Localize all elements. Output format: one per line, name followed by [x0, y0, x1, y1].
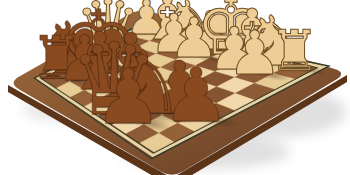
piece-shadow [68, 63, 114, 84]
piece-shadow [195, 110, 243, 131]
rook-glyph: ♜ [269, 22, 319, 78]
piece-shadow [178, 103, 224, 124]
bishop-glyph: ♝ [95, 22, 166, 102]
queen-glyph: ♛ [75, 0, 141, 65]
pawn-glyph: ♟ [147, 52, 212, 125]
pawn-glyph: ♟ [56, 28, 112, 91]
piece-shadow [253, 66, 292, 83]
chess-set-product-photo: ♜♞♝♚♟♞♝♟♟♟♟♟♛♜♞♟♚♝♛♝♟♟♞♟♟ [0, 0, 350, 175]
knight-glyph: ♞ [37, 12, 102, 84]
king-glyph: ♚ [59, 0, 138, 87]
pawn-glyph: ♟ [94, 59, 162, 135]
piece-shadow [233, 61, 271, 78]
pawn-glyph: ♟ [99, 47, 162, 117]
knight-glyph: ♞ [107, 40, 185, 128]
piece-shadow [251, 50, 295, 69]
piece-shadow [145, 27, 176, 41]
pawn-glyph: ♟ [125, 0, 168, 41]
pawn-glyph: ♟ [150, 7, 198, 60]
pawn-glyph: ♟ [227, 23, 281, 84]
piece-shadow [129, 79, 180, 102]
piece-shadow [166, 31, 205, 48]
piece-shadow [83, 73, 123, 91]
rook-glyph: ♜ [30, 30, 83, 89]
bishop-glyph: ♝ [64, 22, 135, 102]
king-glyph: ♚ [195, 0, 266, 66]
piece-shadow [129, 96, 174, 116]
pawn-glyph: ♟ [169, 11, 218, 66]
piece-shadow [127, 113, 175, 135]
pawn-glyph: ♟ [163, 57, 230, 132]
piece-shadow [106, 43, 153, 64]
piece-shadow [112, 100, 176, 129]
piece-shadow [209, 42, 243, 57]
bishop-glyph: ♝ [140, 0, 194, 48]
piece-shadow [98, 78, 149, 101]
knight-glyph: ♞ [161, 0, 216, 54]
piece-shadow [173, 44, 207, 59]
pawn-glyph: ♟ [186, 5, 233, 58]
piece-shadow [187, 36, 226, 53]
knight-glyph: ♞ [242, 6, 304, 75]
piece-shadow [272, 55, 316, 75]
pawn-glyph: ♟ [208, 19, 261, 78]
queen-glyph: ♛ [69, 30, 159, 130]
piece-shadow [144, 102, 200, 127]
piece-shadow [97, 62, 153, 87]
piece-shadow [193, 50, 228, 66]
pieces-layer: ♜♞♝♚♟♞♝♟♟♟♟♟♛♜♞♟♚♝♛♝♟♟♞♟♟ [0, 0, 350, 175]
piece-shadow [293, 62, 329, 78]
piece-shadow [55, 71, 93, 88]
piece-shadow [229, 43, 280, 66]
bishop-glyph: ♝ [222, 2, 283, 70]
